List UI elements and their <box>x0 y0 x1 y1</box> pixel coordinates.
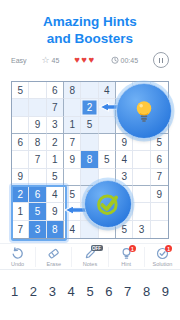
check-bubble <box>84 180 132 228</box>
cell-r4c3[interactable]: 2 <box>47 134 64 151</box>
cell-r8c2[interactable]: 5 <box>29 203 46 220</box>
hint-bubble <box>116 83 172 139</box>
cell-r7c9[interactable]: 9 <box>151 186 168 203</box>
numpad-digit-2[interactable]: 2 <box>30 284 37 299</box>
hint-badge: 1 <box>129 245 136 252</box>
cell-r5c9[interactable]: 6 <box>151 151 168 168</box>
heart-icon: ♥ <box>89 54 96 65</box>
cell-r1c5[interactable] <box>81 82 98 99</box>
status-bar: Easy ☆ 45 ♥♥♥ 00:45 <box>0 48 180 72</box>
undo-button[interactable]: Undo <box>0 247 35 267</box>
cell-r3c4[interactable]: 1 <box>64 117 81 134</box>
hint-label: Hint <box>121 261 131 267</box>
numpad-digit-6[interactable]: 6 <box>105 284 112 299</box>
solution-label: Solution <box>152 261 172 267</box>
cell-r1c2[interactable] <box>29 82 46 99</box>
cell-r5c4[interactable]: 9 <box>64 151 81 168</box>
cell-r8c4[interactable] <box>64 203 81 220</box>
cell-r5c7[interactable]: 4 <box>116 151 133 168</box>
notes-button[interactable]: OFF Notes <box>71 247 107 267</box>
cell-r9c4[interactable]: 4 <box>64 221 81 238</box>
cell-r5c8[interactable] <box>133 151 150 168</box>
timer: 00:45 <box>121 57 139 64</box>
cell-r2c3[interactable]: 7 <box>47 99 64 116</box>
cell-r1c1[interactable]: 5 <box>12 82 29 99</box>
numpad-digit-1[interactable]: 1 <box>11 284 18 299</box>
difficulty-label: Easy <box>11 57 27 64</box>
notes-label: Notes <box>83 261 97 267</box>
cell-r4c6[interactable] <box>99 134 116 151</box>
hint-button[interactable]: 1 Hint <box>108 247 144 267</box>
cell-r4c2[interactable]: 8 <box>29 134 46 151</box>
cell-r5c2[interactable]: 7 <box>29 151 46 168</box>
cell-r8c8[interactable] <box>133 203 150 220</box>
cell-r3c2[interactable]: 9 <box>29 117 46 134</box>
numpad: 123456789 <box>0 284 180 299</box>
cell-r6c1[interactable]: 9 <box>12 169 29 186</box>
cell-r2c1[interactable] <box>12 99 29 116</box>
undo-icon <box>11 247 24 260</box>
cell-r7c4[interactable]: 5 <box>64 186 81 203</box>
timer-group: 00:45 <box>111 56 139 64</box>
cell-r9c9[interactable] <box>151 221 168 238</box>
numpad-digit-5[interactable]: 5 <box>86 284 93 299</box>
cell-r7c2[interactable]: 6 <box>29 186 46 203</box>
pause-icon <box>162 58 164 63</box>
cell-r5c3[interactable]: 1 <box>47 151 64 168</box>
cell-r6c9[interactable]: 7 <box>151 169 168 186</box>
cell-r6c8[interactable] <box>133 169 150 186</box>
cell-r7c1[interactable]: 2 <box>12 186 29 203</box>
cell-r4c4[interactable]: 7 <box>64 134 81 151</box>
erase-button[interactable]: Erase <box>35 247 71 267</box>
numpad-digit-4[interactable]: 4 <box>68 284 75 299</box>
eraser-icon <box>47 247 60 260</box>
cell-r1c6[interactable]: 4 <box>99 82 116 99</box>
cell-r6c4[interactable] <box>64 169 81 186</box>
cell-r4c1[interactable]: 6 <box>12 134 29 151</box>
cell-r8c3[interactable]: 9 <box>47 203 64 220</box>
cell-r2c2[interactable] <box>29 99 46 116</box>
numpad-digit-9[interactable]: 9 <box>162 284 169 299</box>
cell-r1c4[interactable]: 8 <box>64 82 81 99</box>
cell-r2c6[interactable] <box>99 99 116 116</box>
star-count: 45 <box>52 57 60 64</box>
cell-r3c6[interactable] <box>99 117 116 134</box>
promo-title-line1: Amazing Hints <box>0 13 180 30</box>
cell-r8c9[interactable] <box>151 203 168 220</box>
cell-r9c2[interactable]: 3 <box>29 221 46 238</box>
cell-r9c3[interactable]: 8 <box>47 221 64 238</box>
numpad-digit-3[interactable]: 3 <box>49 284 56 299</box>
solution-button[interactable]: 1 Solution <box>144 247 180 267</box>
heart-icon: ♥ <box>81 54 88 65</box>
lightbulb-icon <box>130 97 158 125</box>
cell-r9c8[interactable]: 3 <box>133 221 150 238</box>
cell-r7c8[interactable] <box>133 186 150 203</box>
cell-r5c5[interactable]: 8 <box>81 151 98 168</box>
cell-r5c1[interactable] <box>12 151 29 168</box>
star-icon: ☆ <box>41 56 49 65</box>
sudoku-board: 5684729315246827957198546953726451791597… <box>11 81 169 239</box>
promo-title: Amazing Hints and Boosters <box>0 0 180 47</box>
checkmark-icon <box>93 189 123 219</box>
numpad-digit-8[interactable]: 8 <box>143 284 150 299</box>
pause-button[interactable] <box>153 52 169 68</box>
cell-r2c4[interactable] <box>64 99 81 116</box>
clock-icon <box>111 56 119 64</box>
cell-r4c7[interactable]: 9 <box>116 134 133 151</box>
promo-title-line2: and Boosters <box>0 30 180 47</box>
cell-r3c5[interactable]: 5 <box>81 117 98 134</box>
cell-r1c3[interactable]: 6 <box>47 82 64 99</box>
toolbar: Undo Erase OFF Notes 1 Hint 1 Solu <box>0 243 180 270</box>
cell-r6c3[interactable]: 5 <box>47 169 64 186</box>
lives-hearts: ♥♥♥ <box>74 55 95 65</box>
numpad-digit-7[interactable]: 7 <box>124 284 131 299</box>
cell-r2c5[interactable]: 2 <box>81 99 98 116</box>
cell-r7c3[interactable]: 4 <box>47 186 64 203</box>
star-score: ☆ 45 <box>41 56 59 65</box>
cell-r4c5[interactable] <box>81 134 98 151</box>
cell-r3c1[interactable] <box>12 117 29 134</box>
cell-r9c1[interactable]: 7 <box>12 221 29 238</box>
notes-off-tag: OFF <box>91 245 103 251</box>
cell-r8c1[interactable]: 1 <box>12 203 29 220</box>
undo-label: Undo <box>11 261 24 267</box>
cell-r3c3[interactable]: 3 <box>47 117 64 134</box>
pause-icon <box>159 58 161 63</box>
erase-label: Erase <box>47 261 61 267</box>
cell-r6c2[interactable] <box>29 169 46 186</box>
solution-badge: 1 <box>165 245 172 252</box>
cell-r5c6[interactable]: 5 <box>99 151 116 168</box>
